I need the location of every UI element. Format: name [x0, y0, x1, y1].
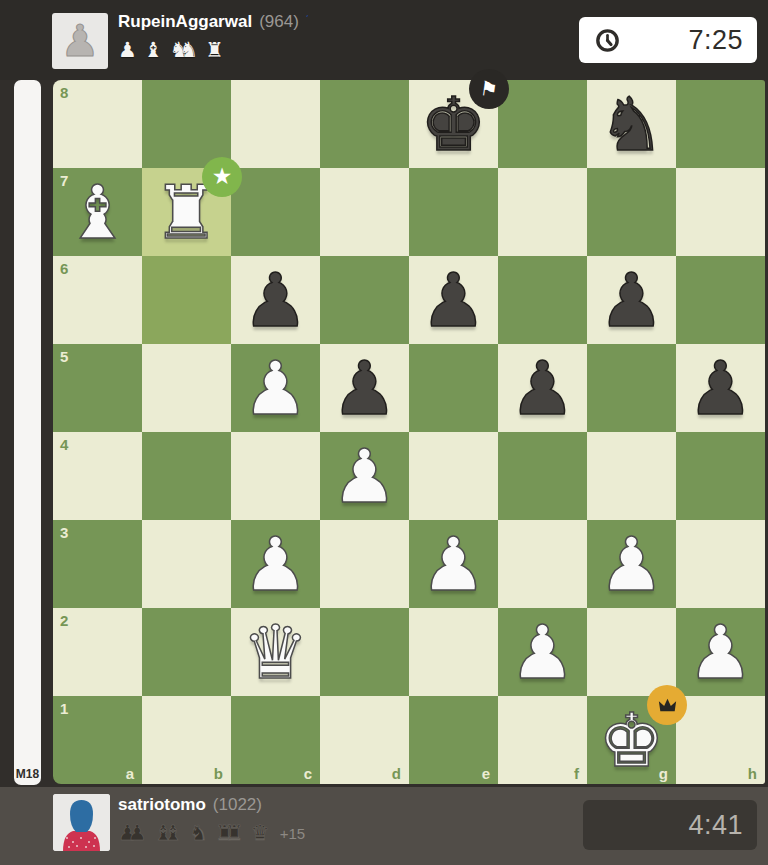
piece-Q-c2[interactable]: ♛ [231, 608, 320, 696]
square-d1[interactable]: d [320, 696, 409, 784]
evaluation-bar: M18 [14, 80, 41, 785]
square-e2[interactable] [409, 608, 498, 696]
flag-resign-icon: ⚑ [469, 69, 509, 109]
square-d7[interactable] [320, 168, 409, 256]
square-d6[interactable] [320, 256, 409, 344]
bottom-player-name: satriotomo [118, 795, 206, 815]
square-g4[interactable] [587, 432, 676, 520]
captured-p-icon: ♟ [128, 822, 147, 844]
piece-P-d4[interactable]: ♟ [320, 432, 409, 520]
square-f8[interactable] [498, 80, 587, 168]
piece-p-h5[interactable]: ♟ [676, 344, 765, 432]
bottom-clock-time: 4:41 [583, 810, 757, 841]
square-b3[interactable] [142, 520, 231, 608]
indonesia-flag-icon [269, 798, 290, 813]
captured-b-icon: ♝ [144, 39, 163, 61]
winner-crown-icon [647, 685, 687, 725]
square-f6[interactable] [498, 256, 587, 344]
piece-P-f2[interactable]: ♟ [498, 608, 587, 696]
captured-r-icon: ♜ [225, 822, 244, 844]
square-a2[interactable]: 2 [53, 608, 142, 696]
piece-p-c6[interactable]: ♟ [231, 256, 320, 344]
square-h1[interactable]: h [676, 696, 765, 784]
top-captured-pieces: ♟♝♞♞♜ [118, 37, 327, 61]
square-d5[interactable]: ♟ [320, 344, 409, 432]
captured-p-icon: ♟ [118, 39, 137, 61]
square-a6[interactable]: 6 [53, 256, 142, 344]
captured-q-icon: ♛ [251, 822, 270, 844]
square-b5[interactable] [142, 344, 231, 432]
bottom-player-rating: (1022) [213, 795, 262, 815]
square-c7[interactable] [231, 168, 320, 256]
square-f7[interactable] [498, 168, 587, 256]
piece-P-c5[interactable]: ♟ [231, 344, 320, 432]
square-b1[interactable]: b [142, 696, 231, 784]
square-a5[interactable]: 5 [53, 344, 142, 432]
square-f4[interactable] [498, 432, 587, 520]
bottom-player-clock: 4:41 [583, 800, 757, 850]
rank-label-3: 3 [60, 524, 68, 541]
square-d8[interactable] [320, 80, 409, 168]
square-b6[interactable] [142, 256, 231, 344]
piece-p-d5[interactable]: ♟ [320, 344, 409, 432]
square-f3[interactable] [498, 520, 587, 608]
top-player-rating: (964) [259, 12, 299, 32]
square-d2[interactable] [320, 608, 409, 696]
clock-icon [594, 27, 621, 54]
square-d3[interactable] [320, 520, 409, 608]
square-e6[interactable]: ♟ [409, 256, 498, 344]
file-label-a: a [126, 765, 134, 782]
square-c2[interactable]: ♛ [231, 608, 320, 696]
square-e4[interactable] [409, 432, 498, 520]
rank-label-8: 8 [60, 84, 68, 101]
chess-board[interactable]: 8♚♞7♝♜6♟♟♟5♟♟♟♟4♟3♟♟♟2♛♟♟1abcdefg♚h ⚑★ [53, 80, 765, 784]
square-c4[interactable] [231, 432, 320, 520]
file-label-h: h [748, 765, 757, 782]
square-h2[interactable]: ♟ [676, 608, 765, 696]
bottom-player-bar: satriotomo (1022) ♟♟♝♝♞♜♜♛ +15 4:41 [0, 787, 768, 865]
top-player-avatar[interactable]: ♟ [52, 13, 108, 69]
captured-n-icon: ♞ [179, 39, 198, 61]
file-label-c: c [304, 765, 312, 782]
square-a8[interactable]: 8 [53, 80, 142, 168]
square-f2[interactable]: ♟ [498, 608, 587, 696]
square-g3[interactable]: ♟ [587, 520, 676, 608]
rank-label-6: 6 [60, 260, 68, 277]
square-g8[interactable]: ♞ [587, 80, 676, 168]
captured-n-icon: ♞ [189, 822, 208, 844]
square-a1[interactable]: 1a [53, 696, 142, 784]
top-player-bar: ♟ RupeinAggarwal (964) ♟♝♞♞♜ 7:25 [0, 0, 768, 80]
square-h8[interactable] [676, 80, 765, 168]
square-a4[interactable]: 4 [53, 432, 142, 520]
rank-label-4: 4 [60, 436, 68, 453]
square-d4[interactable]: ♟ [320, 432, 409, 520]
rank-label-2: 2 [60, 612, 68, 629]
square-c3[interactable]: ♟ [231, 520, 320, 608]
piece-n-g8[interactable]: ♞ [587, 80, 676, 168]
person-avatar-image [53, 794, 110, 851]
square-c6[interactable]: ♟ [231, 256, 320, 344]
piece-p-e6[interactable]: ♟ [409, 256, 498, 344]
material-advantage: +15 [280, 822, 305, 842]
square-f5[interactable]: ♟ [498, 344, 587, 432]
top-player-name: RupeinAggarwal [118, 12, 252, 32]
captured-b-icon: ♝ [163, 822, 182, 844]
square-g2[interactable] [587, 608, 676, 696]
bottom-player-info: satriotomo (1022) ♟♟♝♝♞♜♜♛ +15 [118, 795, 305, 844]
rank-label-1: 1 [60, 700, 68, 717]
top-player-clock: 7:25 [579, 17, 757, 63]
square-c5[interactable]: ♟ [231, 344, 320, 432]
india-flag-icon [306, 15, 327, 30]
evaluation-label: M18 [16, 767, 39, 785]
piece-B-a7[interactable]: ♝ [53, 168, 142, 256]
square-h5[interactable]: ♟ [676, 344, 765, 432]
square-h4[interactable] [676, 432, 765, 520]
piece-p-f5[interactable]: ♟ [498, 344, 587, 432]
square-h6[interactable] [676, 256, 765, 344]
top-clock-time: 7:25 [621, 25, 757, 56]
square-b4[interactable] [142, 432, 231, 520]
square-e3[interactable]: ♟ [409, 520, 498, 608]
square-b8[interactable] [142, 80, 231, 168]
pawn-avatar-icon: ♟ [60, 19, 99, 63]
square-h7[interactable] [676, 168, 765, 256]
bottom-captured-pieces: ♟♟♝♝♞♜♜♛ +15 [118, 820, 305, 844]
piece-P-g3[interactable]: ♟ [587, 520, 676, 608]
top-player-info: RupeinAggarwal (964) ♟♝♞♞♜ [118, 12, 327, 61]
file-label-b: b [214, 765, 223, 782]
square-e5[interactable] [409, 344, 498, 432]
square-a3[interactable]: 3 [53, 520, 142, 608]
piece-P-h2[interactable]: ♟ [676, 608, 765, 696]
square-g7[interactable] [587, 168, 676, 256]
captured-r-icon: ♜ [205, 39, 224, 61]
piece-P-c3[interactable]: ♟ [231, 520, 320, 608]
square-b2[interactable] [142, 608, 231, 696]
rank-label-5: 5 [60, 348, 68, 365]
square-g5[interactable] [587, 344, 676, 432]
square-f1[interactable]: f [498, 696, 587, 784]
piece-p-g6[interactable]: ♟ [587, 256, 676, 344]
file-label-f: f [574, 765, 579, 782]
square-h3[interactable] [676, 520, 765, 608]
square-g6[interactable]: ♟ [587, 256, 676, 344]
file-label-e: e [482, 765, 490, 782]
square-e1[interactable]: e [409, 696, 498, 784]
square-a7[interactable]: 7♝ [53, 168, 142, 256]
square-c8[interactable] [231, 80, 320, 168]
square-e7[interactable] [409, 168, 498, 256]
piece-P-e3[interactable]: ♟ [409, 520, 498, 608]
square-c1[interactable]: c [231, 696, 320, 784]
bottom-player-avatar[interactable] [53, 794, 110, 851]
best-move-star-icon: ★ [202, 157, 242, 197]
file-label-d: d [392, 765, 401, 782]
